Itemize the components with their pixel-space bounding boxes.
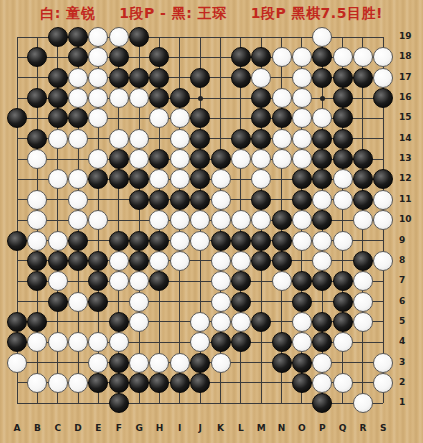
black-stone [312, 332, 332, 352]
white-stone [129, 312, 149, 332]
row-label-10: 10 [399, 214, 423, 224]
black-stone [292, 353, 312, 373]
col-label-S: S [373, 423, 393, 433]
white-stone [68, 88, 88, 108]
black-stone [373, 169, 393, 189]
white-stone [48, 231, 68, 251]
black-stone [48, 27, 68, 47]
black-stone [129, 27, 149, 47]
white-stone [129, 271, 149, 291]
black-stone [88, 373, 108, 393]
black-stone [353, 190, 373, 210]
black-stone [190, 129, 210, 149]
white-stone [109, 27, 129, 47]
black-stone [353, 68, 373, 88]
white-stone [7, 353, 27, 373]
black-stone [312, 68, 332, 88]
white-stone [68, 129, 88, 149]
black-stone [231, 47, 251, 67]
black-stone [170, 190, 190, 210]
black-stone [251, 108, 271, 128]
black-stone [272, 210, 292, 230]
white-stone [211, 271, 231, 291]
white-stone [170, 149, 190, 169]
white-stone [88, 88, 108, 108]
black-stone [7, 108, 27, 128]
white-stone [211, 210, 231, 230]
white-stone [272, 271, 292, 291]
row-label-14: 14 [399, 133, 423, 143]
white-stone [48, 169, 68, 189]
white-stone [27, 373, 47, 393]
white-stone [312, 108, 332, 128]
white-stone [68, 169, 88, 189]
black-stone [149, 271, 169, 291]
black-stone [190, 373, 210, 393]
black-stone [353, 169, 373, 189]
white-stone [251, 210, 271, 230]
white-stone [190, 210, 210, 230]
col-label-C: C [48, 423, 68, 433]
black-stone [312, 312, 332, 332]
black-stone [149, 47, 169, 67]
black-stone [251, 231, 271, 251]
white-stone [292, 68, 312, 88]
col-label-A: A [7, 423, 27, 433]
row-label-18: 18 [399, 51, 423, 61]
white-stone [211, 169, 231, 189]
white-stone [149, 353, 169, 373]
black-stone [149, 88, 169, 108]
black-stone [190, 68, 210, 88]
col-label-L: L [231, 423, 251, 433]
black-stone [231, 68, 251, 88]
black-stone [68, 27, 88, 47]
col-label-M: M [251, 423, 271, 433]
star-point [320, 96, 325, 101]
black-stone [333, 108, 353, 128]
white-stone [272, 149, 292, 169]
white-stone [272, 47, 292, 67]
white-stone [292, 332, 312, 352]
black-stone [48, 251, 68, 271]
black-stone [109, 169, 129, 189]
col-label-Q: Q [333, 423, 353, 433]
white-stone [292, 129, 312, 149]
black-stone [48, 88, 68, 108]
white-stone [68, 332, 88, 352]
white-stone [27, 190, 47, 210]
black-stone [272, 231, 292, 251]
black-stone [251, 129, 271, 149]
white-stone [170, 353, 190, 373]
white-stone [190, 312, 210, 332]
black-stone [312, 210, 332, 230]
white-stone [170, 169, 190, 189]
white-stone [88, 47, 108, 67]
black-stone [333, 312, 353, 332]
white-stone [170, 129, 190, 149]
black-stone [190, 149, 210, 169]
white-stone [149, 210, 169, 230]
white-stone [251, 149, 271, 169]
black-stone [129, 251, 149, 271]
white-stone [292, 149, 312, 169]
white-stone [333, 169, 353, 189]
white-stone [27, 149, 47, 169]
black-stone [88, 251, 108, 271]
white-stone [373, 68, 393, 88]
white-stone [68, 373, 88, 393]
white-stone [272, 129, 292, 149]
black-stone [292, 190, 312, 210]
black-stone [48, 68, 68, 88]
white-stone [312, 27, 332, 47]
white-stone [373, 373, 393, 393]
white-stone [333, 373, 353, 393]
black-stone [27, 129, 47, 149]
black-stone [149, 231, 169, 251]
black-stone [149, 149, 169, 169]
black-stone [88, 169, 108, 189]
col-label-E: E [88, 423, 108, 433]
row-label-1: 1 [399, 397, 423, 407]
black-stone [48, 108, 68, 128]
white-stone [68, 68, 88, 88]
white-stone [48, 332, 68, 352]
black-stone [27, 47, 47, 67]
col-label-D: D [68, 423, 88, 433]
black-stone [68, 47, 88, 67]
black-stone [27, 88, 47, 108]
white-stone [211, 312, 231, 332]
row-label-17: 17 [399, 72, 423, 82]
black-stone [231, 332, 251, 352]
row-label-6: 6 [399, 296, 423, 306]
black-stone [7, 312, 27, 332]
white-stone [109, 251, 129, 271]
black-stone [312, 47, 332, 67]
black-stone [48, 292, 68, 312]
black-stone [109, 231, 129, 251]
white-stone [292, 47, 312, 67]
white-stone [109, 271, 129, 291]
black-stone [149, 373, 169, 393]
black-stone [109, 353, 129, 373]
black-stone [333, 292, 353, 312]
black-stone [272, 108, 292, 128]
black-stone [170, 373, 190, 393]
black-stone [109, 149, 129, 169]
black-stone [333, 68, 353, 88]
white-stone [109, 129, 129, 149]
white-stone [88, 149, 108, 169]
black-stone [333, 271, 353, 291]
white-stone [231, 251, 251, 271]
black-stone [109, 373, 129, 393]
black-stone [129, 373, 149, 393]
white-stone [170, 251, 190, 271]
row-label-16: 16 [399, 92, 423, 102]
go-app-window: 白: 童锐 1段P - 黑: 王琛 1段P 黑棋7.5目胜! ABCDEFGHI… [0, 0, 423, 443]
white-stone [292, 231, 312, 251]
black-stone [190, 190, 210, 210]
black-stone [170, 88, 190, 108]
white-stone [373, 47, 393, 67]
black-stone [7, 332, 27, 352]
black-stone [312, 129, 332, 149]
white-stone [292, 108, 312, 128]
white-stone [373, 353, 393, 373]
black-stone [272, 332, 292, 352]
black-stone [231, 129, 251, 149]
white-stone [272, 88, 292, 108]
black-stone [129, 190, 149, 210]
black-stone [109, 47, 129, 67]
white-stone [129, 292, 149, 312]
black-stone [333, 88, 353, 108]
white-stone [231, 210, 251, 230]
row-label-11: 11 [399, 194, 423, 204]
black-stone [88, 292, 108, 312]
white-stone [48, 271, 68, 291]
black-stone [251, 190, 271, 210]
white-stone [88, 210, 108, 230]
row-label-13: 13 [399, 153, 423, 163]
white-stone [109, 332, 129, 352]
black-stone [312, 271, 332, 291]
white-stone [68, 210, 88, 230]
white-stone [48, 373, 68, 393]
black-stone [292, 169, 312, 189]
black-stone [272, 353, 292, 373]
white-stone [129, 88, 149, 108]
white-stone [48, 129, 68, 149]
black-stone [68, 251, 88, 271]
black-stone [251, 47, 271, 67]
black-stone [68, 108, 88, 128]
white-stone [312, 251, 332, 271]
white-stone [190, 332, 210, 352]
black-stone [190, 108, 210, 128]
white-stone [88, 108, 108, 128]
white-stone [312, 231, 332, 251]
white-stone [373, 210, 393, 230]
black-stone [251, 312, 271, 332]
black-stone [109, 393, 129, 413]
black-stone [292, 373, 312, 393]
white-stone [292, 312, 312, 332]
white-stone [312, 190, 332, 210]
white-stone [353, 210, 373, 230]
star-point [198, 96, 203, 101]
col-label-B: B [27, 423, 47, 433]
black-stone [68, 231, 88, 251]
black-stone [251, 88, 271, 108]
white-stone [88, 353, 108, 373]
row-label-5: 5 [399, 316, 423, 326]
white-stone [27, 332, 47, 352]
white-stone [333, 332, 353, 352]
white-stone [27, 210, 47, 230]
black-stone [109, 68, 129, 88]
white-stone [251, 68, 271, 88]
black-stone [231, 231, 251, 251]
white-stone [251, 169, 271, 189]
black-stone [211, 231, 231, 251]
col-label-F: F [109, 423, 129, 433]
black-stone [333, 129, 353, 149]
white-stone [333, 190, 353, 210]
black-stone [211, 149, 231, 169]
black-stone [27, 312, 47, 332]
black-stone [353, 251, 373, 271]
black-stone [353, 149, 373, 169]
black-stone [231, 271, 251, 291]
black-stone [27, 251, 47, 271]
black-stone [373, 88, 393, 108]
white-stone [292, 210, 312, 230]
white-stone [292, 88, 312, 108]
white-stone [129, 149, 149, 169]
white-stone [353, 292, 373, 312]
white-stone [129, 353, 149, 373]
white-stone [211, 251, 231, 271]
white-stone [353, 271, 373, 291]
white-stone [211, 190, 231, 210]
black-stone [7, 231, 27, 251]
white-stone [170, 210, 190, 230]
row-label-4: 4 [399, 336, 423, 346]
row-label-15: 15 [399, 112, 423, 122]
white-stone [149, 169, 169, 189]
col-label-O: O [292, 423, 312, 433]
row-label-9: 9 [399, 235, 423, 245]
white-stone [88, 27, 108, 47]
col-label-P: P [312, 423, 332, 433]
col-label-I: I [170, 423, 190, 433]
white-stone [333, 47, 353, 67]
go-board[interactable]: ABCDEFGHIJKLMNOPQRS191817161514131211109… [0, 0, 423, 443]
white-stone [190, 231, 210, 251]
white-stone [353, 312, 373, 332]
col-label-K: K [211, 423, 231, 433]
black-stone [129, 169, 149, 189]
black-stone [109, 312, 129, 332]
white-stone [333, 231, 353, 251]
black-stone [27, 271, 47, 291]
white-stone [312, 353, 332, 373]
white-stone [129, 129, 149, 149]
black-stone [251, 251, 271, 271]
black-stone [149, 190, 169, 210]
black-stone [211, 332, 231, 352]
black-stone [129, 231, 149, 251]
white-stone [27, 231, 47, 251]
white-stone [373, 251, 393, 271]
col-label-R: R [353, 423, 373, 433]
row-label-3: 3 [399, 357, 423, 367]
row-label-19: 19 [399, 31, 423, 41]
black-stone [129, 68, 149, 88]
black-stone [312, 393, 332, 413]
black-stone [231, 292, 251, 312]
black-stone [190, 169, 210, 189]
col-label-H: H [149, 423, 169, 433]
black-stone [312, 149, 332, 169]
black-stone [149, 68, 169, 88]
white-stone [312, 373, 332, 393]
white-stone [353, 47, 373, 67]
col-label-N: N [272, 423, 292, 433]
white-stone [353, 393, 373, 413]
white-stone [149, 251, 169, 271]
white-stone [170, 108, 190, 128]
white-stone [211, 353, 231, 373]
white-stone [373, 190, 393, 210]
white-stone [231, 149, 251, 169]
col-label-J: J [190, 423, 210, 433]
black-stone [272, 251, 292, 271]
white-stone [88, 68, 108, 88]
black-stone [292, 271, 312, 291]
black-stone [190, 353, 210, 373]
white-stone [68, 190, 88, 210]
white-stone [231, 312, 251, 332]
row-label-12: 12 [399, 173, 423, 183]
white-stone [170, 231, 190, 251]
black-stone [333, 149, 353, 169]
white-stone [109, 88, 129, 108]
black-stone [312, 169, 332, 189]
col-label-G: G [129, 423, 149, 433]
black-stone [88, 271, 108, 291]
white-stone [68, 292, 88, 312]
row-label-2: 2 [399, 377, 423, 387]
black-stone [292, 292, 312, 312]
row-label-7: 7 [399, 275, 423, 285]
row-label-8: 8 [399, 255, 423, 265]
white-stone [149, 108, 169, 128]
white-stone [211, 292, 231, 312]
white-stone [88, 332, 108, 352]
